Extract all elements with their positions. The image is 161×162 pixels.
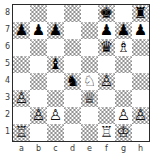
square-g1[interactable]: ♔ [115, 124, 132, 141]
square-f5[interactable] [98, 56, 115, 73]
piece-black-pawn: ♟ [98, 22, 115, 39]
square-h6[interactable] [132, 39, 149, 56]
rank-label-7: 7 [0, 21, 12, 38]
piece-black-pawn: ♟ [30, 22, 47, 39]
file-label-a: a [13, 143, 30, 155]
file-label-c: c [47, 143, 64, 155]
square-h4[interactable] [132, 73, 149, 90]
square-a4[interactable] [13, 73, 30, 90]
rank-label-8: 8 [0, 4, 12, 21]
file-label-e: e [81, 143, 98, 155]
piece-black-king: ♚ [98, 5, 115, 22]
piece-black-pawn: ♟ [115, 22, 132, 39]
piece-white-pawn: ♙ [115, 107, 132, 124]
square-a2[interactable] [13, 107, 30, 124]
file-label-g: g [115, 143, 132, 155]
square-d8[interactable] [64, 5, 81, 22]
square-h5[interactable] [132, 56, 149, 73]
piece-white-queen: ♕ [81, 90, 98, 107]
square-f7[interactable]: ♟ [98, 22, 115, 39]
piece-white-knight: ♘ [81, 73, 98, 90]
square-h8[interactable]: ♜ [132, 5, 149, 22]
square-g5[interactable] [115, 56, 132, 73]
square-c1[interactable] [47, 124, 64, 141]
square-c8[interactable] [47, 5, 64, 22]
file-label-h: h [132, 143, 149, 155]
square-c5[interactable]: ♝ [47, 56, 64, 73]
square-g2[interactable]: ♙ [115, 107, 132, 124]
square-h1[interactable] [132, 124, 149, 141]
square-d7[interactable] [64, 22, 81, 39]
square-b6[interactable] [30, 39, 47, 56]
rank-label-6: 6 [0, 38, 12, 55]
chess-board: ♚♜♟♟♟♟♟♟♛♗♝♞♘♙♙♕♙♙♙♙♖♖♔ [12, 4, 150, 142]
square-c6[interactable] [47, 39, 64, 56]
piece-white-bishop: ♗ [115, 39, 132, 56]
chess-diagram: 87654321 ♚♜♟♟♟♟♟♟♛♗♝♞♘♙♙♕♙♙♙♙♖♖♔ abcdefg… [0, 0, 161, 162]
file-label-b: b [30, 143, 47, 155]
square-a8[interactable] [13, 5, 30, 22]
piece-black-rook: ♜ [132, 5, 149, 22]
square-f3[interactable] [98, 90, 115, 107]
square-b5[interactable] [30, 56, 47, 73]
rank-label-2: 2 [0, 106, 12, 123]
square-c2[interactable]: ♙ [47, 107, 64, 124]
square-h7[interactable]: ♟ [132, 22, 149, 39]
square-d2[interactable] [64, 107, 81, 124]
square-c3[interactable] [47, 90, 64, 107]
square-a6[interactable] [13, 39, 30, 56]
square-b8[interactable] [30, 5, 47, 22]
square-e5[interactable] [81, 56, 98, 73]
piece-black-knight: ♞ [64, 73, 81, 90]
rank-label-5: 5 [0, 55, 12, 72]
square-d5[interactable] [64, 56, 81, 73]
square-b2[interactable]: ♙ [30, 107, 47, 124]
piece-black-queen: ♛ [98, 39, 115, 56]
square-a1[interactable]: ♖ [13, 124, 30, 141]
square-e7[interactable] [81, 22, 98, 39]
rank-label-3: 3 [0, 89, 12, 106]
square-h3[interactable] [132, 90, 149, 107]
rank-labels: 87654321 [0, 4, 12, 140]
square-g3[interactable] [115, 90, 132, 107]
piece-white-pawn: ♙ [30, 107, 47, 124]
square-f8[interactable]: ♚ [98, 5, 115, 22]
file-label-f: f [98, 143, 115, 155]
piece-white-rook: ♖ [13, 124, 30, 141]
square-a3[interactable]: ♙ [13, 90, 30, 107]
square-b3[interactable] [30, 90, 47, 107]
square-d6[interactable] [64, 39, 81, 56]
square-e1[interactable] [81, 124, 98, 141]
file-label-d: d [64, 143, 81, 155]
piece-white-king: ♔ [115, 124, 132, 141]
square-g6[interactable]: ♗ [115, 39, 132, 56]
square-d1[interactable] [64, 124, 81, 141]
square-e6[interactable] [81, 39, 98, 56]
square-c7[interactable]: ♟ [47, 22, 64, 39]
square-g8[interactable] [115, 5, 132, 22]
square-c4[interactable] [47, 73, 64, 90]
square-f4[interactable]: ♙ [98, 73, 115, 90]
piece-white-pawn: ♙ [132, 107, 149, 124]
piece-white-pawn: ♙ [13, 90, 30, 107]
square-b7[interactable]: ♟ [30, 22, 47, 39]
piece-white-rook: ♖ [98, 124, 115, 141]
square-e2[interactable] [81, 107, 98, 124]
square-f1[interactable]: ♖ [98, 124, 115, 141]
square-g7[interactable]: ♟ [115, 22, 132, 39]
square-a7[interactable]: ♟ [13, 22, 30, 39]
piece-black-pawn: ♟ [13, 22, 30, 39]
square-a5[interactable] [13, 56, 30, 73]
square-e8[interactable] [81, 5, 98, 22]
rank-label-4: 4 [0, 72, 12, 89]
file-labels: abcdefgh [13, 143, 161, 155]
square-e4[interactable]: ♘ [81, 73, 98, 90]
piece-white-pawn: ♙ [47, 107, 64, 124]
square-g4[interactable] [115, 73, 132, 90]
square-d3[interactable] [64, 90, 81, 107]
square-h2[interactable]: ♙ [132, 107, 149, 124]
piece-black-bishop: ♝ [47, 56, 64, 73]
piece-black-pawn: ♟ [132, 22, 149, 39]
square-b1[interactable] [30, 124, 47, 141]
piece-black-pawn: ♟ [47, 22, 64, 39]
square-f6[interactable]: ♛ [98, 39, 115, 56]
rank-label-1: 1 [0, 123, 12, 140]
square-d4[interactable]: ♞ [64, 73, 81, 90]
square-b4[interactable] [30, 73, 47, 90]
piece-white-pawn: ♙ [98, 73, 115, 90]
square-f2[interactable] [98, 107, 115, 124]
square-e3[interactable]: ♕ [81, 90, 98, 107]
